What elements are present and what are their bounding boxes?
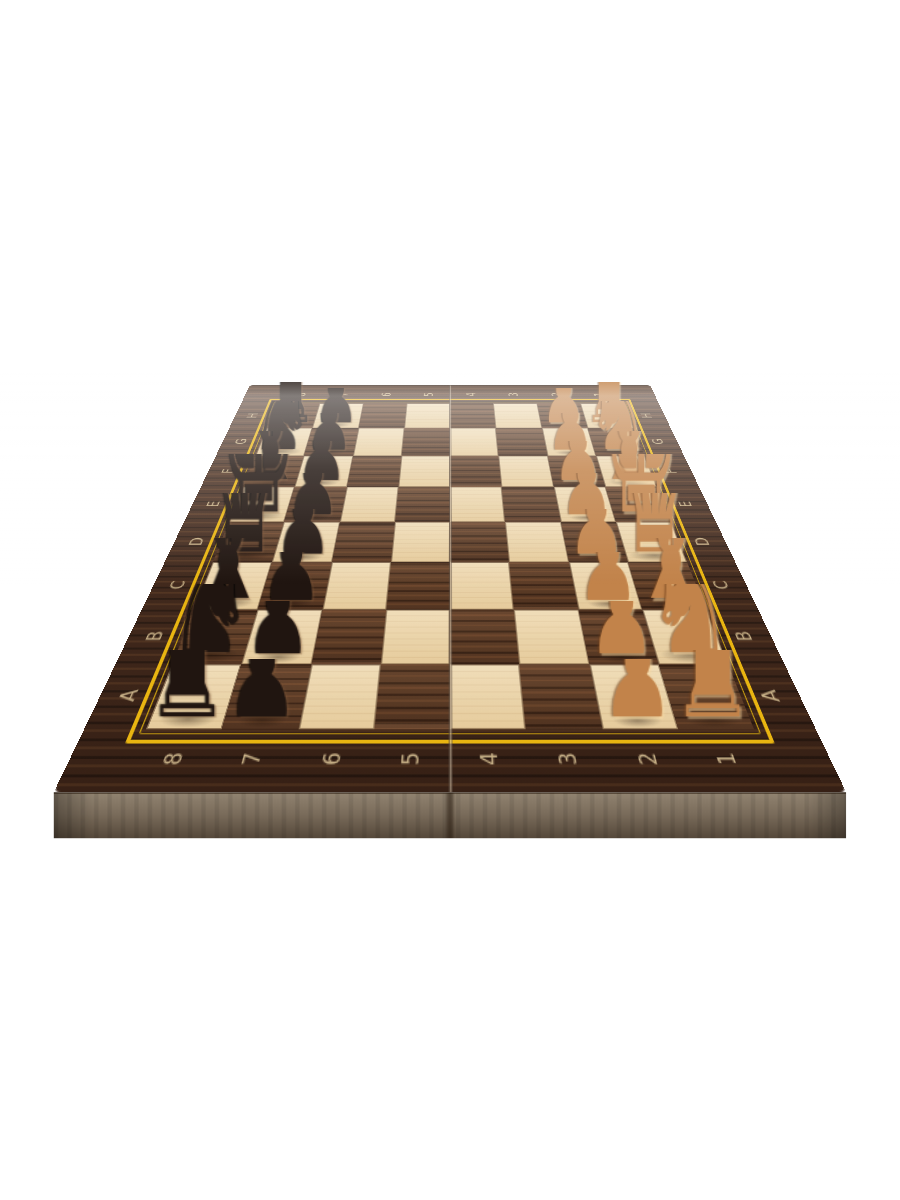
square-d3[interactable]	[505, 522, 568, 562]
square-c3[interactable]	[509, 562, 578, 609]
square-d4[interactable]	[450, 522, 509, 562]
square-a2[interactable]: ♟	[589, 664, 678, 729]
square-h5[interactable]	[404, 404, 450, 429]
rank-label-near-5: 5	[377, 722, 441, 799]
square-h4[interactable]	[450, 404, 496, 429]
rank-label-near-3: 3	[534, 722, 606, 799]
square-b3[interactable]	[514, 609, 589, 664]
rank-label-near-4: 4	[459, 722, 523, 799]
chess-board: ♜♟♟♜♞♟♟♞♝♟♟♝♚♟♟♚♛♟♟♛♝♟♟♝♞♟♟♞♜♟♟♜ 88AA77B…	[54, 385, 846, 792]
piece-glyph: ♟	[226, 626, 299, 721]
square-e4[interactable]	[450, 487, 505, 522]
piece-glyph: ♜	[670, 606, 755, 720]
square-e6[interactable]	[340, 487, 399, 522]
rank-label-near-7: 7	[211, 722, 290, 799]
square-e3[interactable]	[502, 487, 561, 522]
piece-glyph: ♟	[601, 626, 674, 721]
rank-label-near-2: 2	[610, 722, 689, 799]
square-a6[interactable]	[298, 664, 381, 729]
white-rook-a1[interactable]: ♜	[670, 649, 755, 720]
black-pawn-a7[interactable]: ♟	[226, 659, 299, 720]
square-a1[interactable]: ♜	[658, 664, 754, 729]
rank-label-near-8: 8	[128, 722, 215, 799]
square-e5[interactable]	[395, 487, 450, 522]
square-b6[interactable]	[311, 609, 386, 664]
square-g3[interactable]	[496, 428, 547, 456]
square-f5[interactable]	[398, 456, 450, 487]
square-h3[interactable]	[493, 404, 541, 429]
photo-scene: ♜♟♟♜♞♟♟♞♝♟♟♝♚♟♟♚♛♟♟♛♝♟♟♝♞♟♟♞♜♟♟♜ 88AA77B…	[0, 0, 900, 1200]
square-c6[interactable]	[322, 562, 391, 609]
square-a5[interactable]	[374, 664, 450, 729]
square-g6[interactable]	[353, 428, 404, 456]
square-c5[interactable]	[386, 562, 450, 609]
piece-glyph: ♜	[144, 606, 229, 720]
rank-label-near-1: 1	[685, 722, 772, 799]
square-h6[interactable]	[358, 404, 406, 429]
square-b4[interactable]	[450, 609, 519, 664]
square-f3[interactable]	[499, 456, 554, 487]
box-front-edge	[54, 792, 846, 838]
square-b5[interactable]	[381, 609, 450, 664]
square-c4[interactable]	[450, 562, 514, 609]
square-d5[interactable]	[391, 522, 450, 562]
square-d6[interactable]	[331, 522, 394, 562]
white-pawn-a2[interactable]: ♟	[601, 659, 674, 720]
square-a8[interactable]: ♜	[146, 664, 242, 729]
square-f6[interactable]	[347, 456, 402, 487]
square-a4[interactable]	[450, 664, 526, 729]
rank-label-near-6: 6	[294, 722, 366, 799]
square-g4[interactable]	[450, 428, 499, 456]
square-a7[interactable]: ♟	[222, 664, 311, 729]
square-a3[interactable]	[519, 664, 602, 729]
square-g5[interactable]	[401, 428, 450, 456]
black-rook-a8[interactable]: ♜	[144, 649, 229, 720]
square-f4[interactable]	[450, 456, 502, 487]
